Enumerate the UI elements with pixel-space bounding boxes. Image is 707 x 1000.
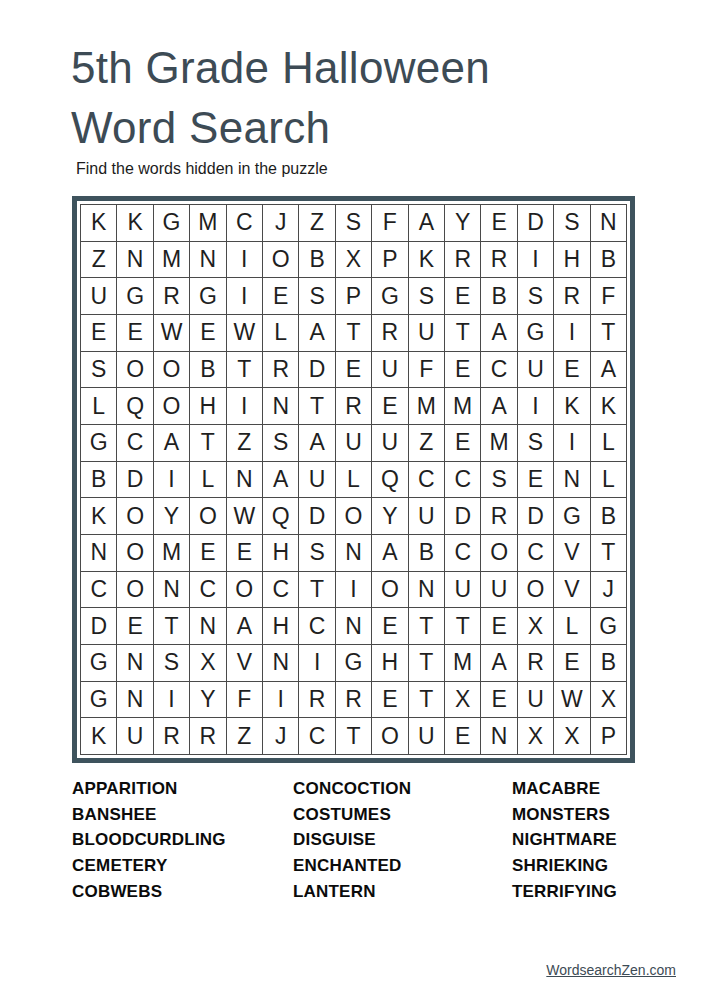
grid-cell-r15c6[interactable]: J: [263, 718, 298, 754]
grid-cell-r12c10[interactable]: T: [409, 608, 444, 644]
grid-cell-r9c13[interactable]: D: [518, 498, 553, 534]
word-column-1: APPARITIONBANSHEEBLOODCURDLINGCEMETERYCO…: [72, 776, 293, 905]
grid-cell-r5c6[interactable]: R: [263, 352, 298, 388]
grid-cell-r8c4[interactable]: L: [190, 462, 225, 498]
grid-cell-r12c11[interactable]: T: [445, 608, 480, 644]
grid-cell-r3c7[interactable]: S: [299, 278, 334, 314]
grid-cell-r8c15[interactable]: L: [591, 462, 626, 498]
grid-cell-r5c2[interactable]: O: [117, 352, 152, 388]
grid-cell-r7c12[interactable]: M: [481, 425, 516, 461]
grid-cell-r10c7[interactable]: S: [299, 535, 334, 571]
grid-cell-r12c2[interactable]: E: [117, 608, 152, 644]
grid-cell-r3c15[interactable]: F: [591, 278, 626, 314]
grid-cell-r12c12[interactable]: E: [481, 608, 516, 644]
grid-cell-r3c5[interactable]: I: [227, 278, 262, 314]
grid-cell-r5c8[interactable]: E: [336, 352, 371, 388]
grid-cell-r6c8[interactable]: R: [336, 388, 371, 424]
grid-cell-r3c3[interactable]: R: [154, 278, 189, 314]
grid-cell-r10c10[interactable]: B: [409, 535, 444, 571]
grid-cell-r12c13[interactable]: X: [518, 608, 553, 644]
grid-cell-r4c12[interactable]: A: [481, 315, 516, 351]
grid-cell-r6c10[interactable]: M: [409, 388, 444, 424]
grid-cell-r1c1[interactable]: K: [81, 205, 116, 241]
grid-cell-r11c15[interactable]: J: [591, 572, 626, 608]
grid-cell-r4c11[interactable]: T: [445, 315, 480, 351]
word-cobwebs: COBWEBS: [72, 879, 293, 905]
grid-cell-r3c11[interactable]: E: [445, 278, 480, 314]
grid-cell-r1c10[interactable]: A: [409, 205, 444, 241]
grid-cell-r5c5[interactable]: T: [227, 352, 262, 388]
grid-cell-r11c8[interactable]: I: [336, 572, 371, 608]
grid-cell-r12c6[interactable]: H: [263, 608, 298, 644]
grid-cell-r12c1[interactable]: D: [81, 608, 116, 644]
grid-cell-r14c14[interactable]: W: [554, 682, 589, 718]
grid-cell-r11c1[interactable]: C: [81, 572, 116, 608]
grid-cell-r14c12[interactable]: E: [481, 682, 516, 718]
word-monsters: MONSTERS: [512, 802, 637, 828]
grid-cell-r3c4[interactable]: G: [190, 278, 225, 314]
grid-cell-r10c8[interactable]: N: [336, 535, 371, 571]
word-lantern: LANTERN: [293, 879, 512, 905]
grid-cell-r14c3[interactable]: I: [154, 682, 189, 718]
grid-cell-r13c15[interactable]: B: [591, 645, 626, 681]
grid-cell-r11c2[interactable]: O: [117, 572, 152, 608]
grid-cell-r11c13[interactable]: O: [518, 572, 553, 608]
grid-cell-r6c5[interactable]: I: [227, 388, 262, 424]
grid-cell-r7c10[interactable]: Z: [409, 425, 444, 461]
grid-cell-r1c8[interactable]: S: [336, 205, 371, 241]
grid-cell-r1c15[interactable]: N: [591, 205, 626, 241]
grid-cell-r8c3[interactable]: I: [154, 462, 189, 498]
puzzle-instructions: Find the words hidden in the puzzle: [76, 160, 328, 178]
grid-cell-r10c1[interactable]: N: [81, 535, 116, 571]
grid-cell-r7c6[interactable]: S: [263, 425, 298, 461]
word-apparition: APPARITION: [72, 776, 293, 802]
grid-cell-r13c12[interactable]: A: [481, 645, 516, 681]
grid-cell-r2c15[interactable]: B: [591, 242, 626, 278]
grid-cell-r15c8[interactable]: T: [336, 718, 371, 754]
grid-cell-r9c14[interactable]: G: [554, 498, 589, 534]
grid-cell-r7c3[interactable]: A: [154, 425, 189, 461]
grid-cell-r13c2[interactable]: N: [117, 645, 152, 681]
grid-cell-r6c14[interactable]: K: [554, 388, 589, 424]
word-banshee: BANSHEE: [72, 802, 293, 828]
grid-cell-r9c12[interactable]: R: [481, 498, 516, 534]
grid-cell-r9c5[interactable]: W: [227, 498, 262, 534]
grid-cell-r5c11[interactable]: E: [445, 352, 480, 388]
grid-cell-r4c5[interactable]: W: [227, 315, 262, 351]
grid-cell-r7c11[interactable]: E: [445, 425, 480, 461]
grid-cell-r8c7[interactable]: U: [299, 462, 334, 498]
grid-cell-r9c7[interactable]: D: [299, 498, 334, 534]
grid-cell-r10c13[interactable]: C: [518, 535, 553, 571]
grid-cell-r11c12[interactable]: U: [481, 572, 516, 608]
grid-cell-r4c15[interactable]: T: [591, 315, 626, 351]
grid-cell-r13c1[interactable]: G: [81, 645, 116, 681]
word-costumes: COSTUMES: [293, 802, 512, 828]
grid-cell-r14c2[interactable]: N: [117, 682, 152, 718]
grid-cell-r1c4[interactable]: M: [190, 205, 225, 241]
grid-cell-r15c3[interactable]: R: [154, 718, 189, 754]
grid-cell-r2c9[interactable]: P: [372, 242, 407, 278]
grid-cell-r13c4[interactable]: X: [190, 645, 225, 681]
grid-cell-r4c7[interactable]: A: [299, 315, 334, 351]
grid-cell-r10c15[interactable]: T: [591, 535, 626, 571]
grid-cell-r9c10[interactable]: U: [409, 498, 444, 534]
grid-cell-r8c11[interactable]: C: [445, 462, 480, 498]
grid-cell-r1c6[interactable]: J: [263, 205, 298, 241]
grid-cell-r11c7[interactable]: T: [299, 572, 334, 608]
grid-cell-r8c6[interactable]: A: [263, 462, 298, 498]
grid-cell-r10c14[interactable]: V: [554, 535, 589, 571]
grid-cell-r12c15[interactable]: G: [591, 608, 626, 644]
grid-cell-r3c10[interactable]: S: [409, 278, 444, 314]
grid-cell-r7c15[interactable]: L: [591, 425, 626, 461]
grid-cell-r2c4[interactable]: N: [190, 242, 225, 278]
grid-cell-r3c1[interactable]: U: [81, 278, 116, 314]
grid-cell-r15c2[interactable]: U: [117, 718, 152, 754]
grid-cell-r9c4[interactable]: O: [190, 498, 225, 534]
grid-cell-r14c6[interactable]: I: [263, 682, 298, 718]
grid-cell-r12c8[interactable]: N: [336, 608, 371, 644]
grid-cell-r5c13[interactable]: U: [518, 352, 553, 388]
grid-cell-r2c2[interactable]: N: [117, 242, 152, 278]
grid-cell-r6c3[interactable]: O: [154, 388, 189, 424]
word-enchanted: ENCHANTED: [293, 853, 512, 879]
grid-cell-r2c1[interactable]: Z: [81, 242, 116, 278]
grid-cell-r7c2[interactable]: C: [117, 425, 152, 461]
grid-cell-r10c11[interactable]: C: [445, 535, 480, 571]
grid-cell-r4c10[interactable]: U: [409, 315, 444, 351]
grid-cell-r11c6[interactable]: C: [263, 572, 298, 608]
grid-cell-r6c9[interactable]: E: [372, 388, 407, 424]
grid-cell-r5c10[interactable]: F: [409, 352, 444, 388]
grid-cell-r10c6[interactable]: H: [263, 535, 298, 571]
grid-cell-r6c11[interactable]: M: [445, 388, 480, 424]
grid-cell-r2c12[interactable]: R: [481, 242, 516, 278]
grid-cell-r7c4[interactable]: T: [190, 425, 225, 461]
grid-cell-r11c14[interactable]: V: [554, 572, 589, 608]
grid-cell-r1c9[interactable]: F: [372, 205, 407, 241]
word-terrifying: TERRIFYING: [512, 879, 637, 905]
grid-cell-r6c15[interactable]: K: [591, 388, 626, 424]
grid-cell-r13c13[interactable]: R: [518, 645, 553, 681]
grid-cell-r6c1[interactable]: L: [81, 388, 116, 424]
grid-cell-r12c14[interactable]: L: [554, 608, 589, 644]
grid-cell-r13c3[interactable]: S: [154, 645, 189, 681]
grid-cell-r13c8[interactable]: G: [336, 645, 371, 681]
grid-cell-r5c1[interactable]: S: [81, 352, 116, 388]
word-shrieking: SHRIEKING: [512, 853, 637, 879]
grid-cell-r3c12[interactable]: B: [481, 278, 516, 314]
grid-cell-r7c5[interactable]: Z: [227, 425, 262, 461]
grid-cell-r3c6[interactable]: E: [263, 278, 298, 314]
grid-cell-r14c11[interactable]: X: [445, 682, 480, 718]
grid-cell-r14c15[interactable]: X: [591, 682, 626, 718]
grid-cell-r13c10[interactable]: T: [409, 645, 444, 681]
grid-cell-r9c11[interactable]: D: [445, 498, 480, 534]
grid-cell-r12c9[interactable]: E: [372, 608, 407, 644]
grid-cell-r2c13[interactable]: I: [518, 242, 553, 278]
grid-cell-r7c8[interactable]: U: [336, 425, 371, 461]
grid-cell-r6c13[interactable]: I: [518, 388, 553, 424]
grid-cell-r13c7[interactable]: I: [299, 645, 334, 681]
grid-cell-r5c14[interactable]: E: [554, 352, 589, 388]
grid-cell-r1c3[interactable]: G: [154, 205, 189, 241]
grid-cell-r13c5[interactable]: V: [227, 645, 262, 681]
grid-cell-r9c2[interactable]: O: [117, 498, 152, 534]
grid-cell-r2c10[interactable]: K: [409, 242, 444, 278]
word-search-board: KKGMCJZSFAYEDSNZNMNIOBXPKRRIHBUGRGIESPGS…: [72, 196, 635, 763]
grid-cell-r2c14[interactable]: H: [554, 242, 589, 278]
grid-cell-r15c9[interactable]: O: [372, 718, 407, 754]
grid-cell-r5c7[interactable]: D: [299, 352, 334, 388]
word-column-2: CONCOCTIONCOSTUMESDISGUISEENCHANTEDLANTE…: [293, 776, 512, 905]
grid-cell-r14c1[interactable]: G: [81, 682, 116, 718]
grid-cell-r8c13[interactable]: E: [518, 462, 553, 498]
grid-cell-r10c12[interactable]: O: [481, 535, 516, 571]
grid-cell-r4c13[interactable]: G: [518, 315, 553, 351]
grid-cell-r7c9[interactable]: U: [372, 425, 407, 461]
grid-cell-r4c1[interactable]: E: [81, 315, 116, 351]
grid-cell-r4c6[interactable]: L: [263, 315, 298, 351]
grid-cell-r3c14[interactable]: R: [554, 278, 589, 314]
grid-cell-r14c9[interactable]: E: [372, 682, 407, 718]
grid-cell-r14c13[interactable]: U: [518, 682, 553, 718]
grid-cell-r9c15[interactable]: B: [591, 498, 626, 534]
grid-cell-r6c12[interactable]: A: [481, 388, 516, 424]
grid-cell-r7c1[interactable]: G: [81, 425, 116, 461]
grid-cell-r12c4[interactable]: N: [190, 608, 225, 644]
grid-cell-r5c15[interactable]: A: [591, 352, 626, 388]
grid-cell-r14c5[interactable]: F: [227, 682, 262, 718]
grid-cell-r11c5[interactable]: O: [227, 572, 262, 608]
grid-cell-r14c8[interactable]: R: [336, 682, 371, 718]
grid-cell-r3c13[interactable]: S: [518, 278, 553, 314]
grid-cell-r4c3[interactable]: W: [154, 315, 189, 351]
grid-cell-r15c15[interactable]: P: [591, 718, 626, 754]
grid-cell-r9c6[interactable]: Q: [263, 498, 298, 534]
grid-cell-r1c7[interactable]: Z: [299, 205, 334, 241]
grid-cell-r8c9[interactable]: Q: [372, 462, 407, 498]
grid-cell-r4c9[interactable]: R: [372, 315, 407, 351]
grid-cell-r1c12[interactable]: E: [481, 205, 516, 241]
grid-cell-r10c3[interactable]: M: [154, 535, 189, 571]
grid-cell-r5c12[interactable]: C: [481, 352, 516, 388]
grid-cell-r10c9[interactable]: A: [372, 535, 407, 571]
grid-cell-r9c8[interactable]: O: [336, 498, 371, 534]
grid-cell-r8c5[interactable]: N: [227, 462, 262, 498]
grid-cell-r10c2[interactable]: O: [117, 535, 152, 571]
grid-cell-r9c9[interactable]: Y: [372, 498, 407, 534]
grid-cell-r14c7[interactable]: R: [299, 682, 334, 718]
grid-cell-r15c12[interactable]: N: [481, 718, 516, 754]
word-column-3: MACABREMONSTERSNIGHTMARESHRIEKINGTERRIFY…: [512, 776, 637, 905]
grid-cell-r5c9[interactable]: U: [372, 352, 407, 388]
grid-cell-r1c2[interactable]: K: [117, 205, 152, 241]
grid-cell-r7c13[interactable]: S: [518, 425, 553, 461]
grid-cell-r5c3[interactable]: O: [154, 352, 189, 388]
grid-cell-r13c11[interactable]: M: [445, 645, 480, 681]
grid-cell-r2c7[interactable]: B: [299, 242, 334, 278]
grid-cell-r7c14[interactable]: I: [554, 425, 589, 461]
grid-cell-r12c5[interactable]: A: [227, 608, 262, 644]
word-bloodcurdling: BLOODCURDLING: [72, 827, 293, 853]
grid-cell-r10c4[interactable]: E: [190, 535, 225, 571]
grid-cell-r1c5[interactable]: C: [227, 205, 262, 241]
grid-cell-r15c14[interactable]: X: [554, 718, 589, 754]
grid-cell-r2c8[interactable]: X: [336, 242, 371, 278]
grid-cell-r12c3[interactable]: T: [154, 608, 189, 644]
grid-cell-r11c11[interactable]: U: [445, 572, 480, 608]
grid-cell-r8c8[interactable]: L: [336, 462, 371, 498]
grid-cell-r13c14[interactable]: E: [554, 645, 589, 681]
grid-cell-r8c14[interactable]: N: [554, 462, 589, 498]
grid-cell-r6c6[interactable]: N: [263, 388, 298, 424]
word-cemetery: CEMETERY: [72, 853, 293, 879]
grid-cell-r2c11[interactable]: R: [445, 242, 480, 278]
grid-cell-r4c14[interactable]: I: [554, 315, 589, 351]
grid-cell-r8c12[interactable]: S: [481, 462, 516, 498]
grid-cell-r7c7[interactable]: A: [299, 425, 334, 461]
page-title: 5th Grade Halloween Word Search: [71, 38, 591, 158]
grid-cell-r14c10[interactable]: T: [409, 682, 444, 718]
grid-cell-r13c6[interactable]: N: [263, 645, 298, 681]
grid-cell-r2c3[interactable]: M: [154, 242, 189, 278]
grid-cell-r3c9[interactable]: G: [372, 278, 407, 314]
word-macabre: MACABRE: [512, 776, 637, 802]
grid-cell-r6c4[interactable]: H: [190, 388, 225, 424]
grid-cell-r4c8[interactable]: T: [336, 315, 371, 351]
word-list: APPARITIONBANSHEEBLOODCURDLINGCEMETERYCO…: [72, 776, 637, 905]
grid-cell-r12c7[interactable]: C: [299, 608, 334, 644]
grid-cell-r15c13[interactable]: X: [518, 718, 553, 754]
grid-cell-r9c1[interactable]: K: [81, 498, 116, 534]
grid-cell-r11c9[interactable]: O: [372, 572, 407, 608]
grid-cell-r15c10[interactable]: U: [409, 718, 444, 754]
word-grid: KKGMCJZSFAYEDSNZNMNIOBXPKRRIHBUGRGIESPGS…: [80, 204, 627, 755]
grid-cell-r11c4[interactable]: C: [190, 572, 225, 608]
worksheet-page: 5th Grade Halloween Word Search Find the…: [0, 0, 707, 1000]
grid-cell-r3c8[interactable]: P: [336, 278, 371, 314]
grid-cell-r15c1[interactable]: K: [81, 718, 116, 754]
grid-cell-r15c4[interactable]: R: [190, 718, 225, 754]
grid-cell-r4c4[interactable]: E: [190, 315, 225, 351]
grid-cell-r6c2[interactable]: Q: [117, 388, 152, 424]
grid-cell-r3c2[interactable]: G: [117, 278, 152, 314]
grid-cell-r4c2[interactable]: E: [117, 315, 152, 351]
grid-cell-r13c9[interactable]: H: [372, 645, 407, 681]
grid-cell-r10c5[interactable]: E: [227, 535, 262, 571]
grid-cell-r2c6[interactable]: O: [263, 242, 298, 278]
grid-cell-r15c5[interactable]: Z: [227, 718, 262, 754]
grid-cell-r11c10[interactable]: N: [409, 572, 444, 608]
grid-cell-r14c4[interactable]: Y: [190, 682, 225, 718]
grid-cell-r11c3[interactable]: N: [154, 572, 189, 608]
grid-cell-r8c1[interactable]: B: [81, 462, 116, 498]
grid-cell-r1c11[interactable]: Y: [445, 205, 480, 241]
grid-cell-r15c11[interactable]: E: [445, 718, 480, 754]
word-concoction: CONCOCTION: [293, 776, 512, 802]
grid-cell-r8c10[interactable]: C: [409, 462, 444, 498]
wordsearchzen-link[interactable]: WordsearchZen.com: [546, 962, 676, 978]
grid-cell-r9c3[interactable]: Y: [154, 498, 189, 534]
word-nightmare: NIGHTMARE: [512, 827, 637, 853]
grid-cell-r1c13[interactable]: D: [518, 205, 553, 241]
grid-cell-r8c2[interactable]: D: [117, 462, 152, 498]
word-disguise: DISGUISE: [293, 827, 512, 853]
grid-cell-r15c7[interactable]: C: [299, 718, 334, 754]
grid-cell-r5c4[interactable]: B: [190, 352, 225, 388]
grid-cell-r2c5[interactable]: I: [227, 242, 262, 278]
grid-cell-r1c14[interactable]: S: [554, 205, 589, 241]
grid-cell-r6c7[interactable]: T: [299, 388, 334, 424]
